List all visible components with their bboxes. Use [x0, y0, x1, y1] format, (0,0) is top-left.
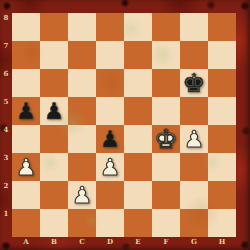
file-label-f: F [152, 237, 180, 250]
file-labels: A B C D E F G H [12, 237, 236, 250]
white-pawn[interactable]: ♟ [12, 153, 40, 181]
square-f4[interactable]: ♚ [152, 125, 180, 153]
file-label-h: H [208, 237, 236, 250]
square-c6[interactable] [68, 69, 96, 97]
square-e8[interactable] [124, 13, 152, 41]
square-c2[interactable]: ♟ [68, 181, 96, 209]
square-a3[interactable]: ♟ [12, 153, 40, 181]
file-label-d: D [96, 237, 124, 250]
square-h6[interactable] [208, 69, 236, 97]
square-c7[interactable] [68, 41, 96, 69]
square-d2[interactable] [96, 181, 124, 209]
square-h8[interactable] [208, 13, 236, 41]
square-g4[interactable]: ♟ [180, 125, 208, 153]
square-c4[interactable] [68, 125, 96, 153]
file-label-b: B [40, 237, 68, 250]
square-g3[interactable] [180, 153, 208, 181]
black-pawn[interactable]: ♟ [12, 97, 40, 125]
chessboard: ♚ ♟ ♟ ♟ ♚ ♟ ♟ ♟ ♟ [12, 13, 236, 237]
square-c3[interactable] [68, 153, 96, 181]
square-a6[interactable] [12, 69, 40, 97]
square-g5[interactable] [180, 97, 208, 125]
black-king[interactable]: ♚ [180, 69, 208, 97]
square-e1[interactable] [124, 209, 152, 237]
square-a5[interactable]: ♟ [12, 97, 40, 125]
square-d8[interactable] [96, 13, 124, 41]
square-h3[interactable] [208, 153, 236, 181]
square-b2[interactable] [40, 181, 68, 209]
square-h7[interactable] [208, 41, 236, 69]
square-g1[interactable] [180, 209, 208, 237]
file-label-g: G [180, 237, 208, 250]
square-a2[interactable] [12, 181, 40, 209]
white-king[interactable]: ♚ [152, 125, 180, 153]
square-c8[interactable] [68, 13, 96, 41]
square-h4[interactable] [208, 125, 236, 153]
black-pawn[interactable]: ♟ [96, 125, 124, 153]
square-g2[interactable] [180, 181, 208, 209]
square-g7[interactable] [180, 41, 208, 69]
chessboard-frame: 8 7 6 5 4 3 2 1 ♚ ♟ ♟ [0, 0, 250, 250]
square-c1[interactable] [68, 209, 96, 237]
rank-label-1: 1 [0, 209, 12, 237]
square-f5[interactable] [152, 97, 180, 125]
square-b4[interactable] [40, 125, 68, 153]
square-e7[interactable] [124, 41, 152, 69]
square-b7[interactable] [40, 41, 68, 69]
rank-labels: 8 7 6 5 4 3 2 1 [0, 13, 12, 237]
square-b5[interactable]: ♟ [40, 97, 68, 125]
file-label-c: C [68, 237, 96, 250]
rank-label-8: 8 [0, 13, 12, 41]
square-g6[interactable]: ♚ [180, 69, 208, 97]
square-h2[interactable] [208, 181, 236, 209]
square-d5[interactable] [96, 97, 124, 125]
square-f8[interactable] [152, 13, 180, 41]
square-h1[interactable] [208, 209, 236, 237]
square-f1[interactable] [152, 209, 180, 237]
square-d4[interactable]: ♟ [96, 125, 124, 153]
square-b6[interactable] [40, 69, 68, 97]
square-f6[interactable] [152, 69, 180, 97]
square-g8[interactable] [180, 13, 208, 41]
square-a4[interactable] [12, 125, 40, 153]
white-pawn[interactable]: ♟ [96, 153, 124, 181]
square-c5[interactable] [68, 97, 96, 125]
rank-label-6: 6 [0, 69, 12, 97]
rank-label-4: 4 [0, 125, 12, 153]
file-label-a: A [12, 237, 40, 250]
rank-label-5: 5 [0, 97, 12, 125]
square-e2[interactable] [124, 181, 152, 209]
square-b1[interactable] [40, 209, 68, 237]
square-b8[interactable] [40, 13, 68, 41]
rank-label-3: 3 [0, 153, 12, 181]
square-f7[interactable] [152, 41, 180, 69]
black-pawn[interactable]: ♟ [40, 97, 68, 125]
square-f3[interactable] [152, 153, 180, 181]
white-pawn[interactable]: ♟ [180, 125, 208, 153]
square-e5[interactable] [124, 97, 152, 125]
square-e6[interactable] [124, 69, 152, 97]
square-e4[interactable] [124, 125, 152, 153]
file-label-e: E [124, 237, 152, 250]
rank-label-2: 2 [0, 181, 12, 209]
square-d7[interactable] [96, 41, 124, 69]
square-d6[interactable] [96, 69, 124, 97]
square-d3[interactable]: ♟ [96, 153, 124, 181]
square-a1[interactable] [12, 209, 40, 237]
square-d1[interactable] [96, 209, 124, 237]
rank-label-7: 7 [0, 41, 12, 69]
square-f2[interactable] [152, 181, 180, 209]
square-h5[interactable] [208, 97, 236, 125]
square-b3[interactable] [40, 153, 68, 181]
square-e3[interactable] [124, 153, 152, 181]
square-a7[interactable] [12, 41, 40, 69]
white-pawn[interactable]: ♟ [68, 181, 96, 209]
square-a8[interactable] [12, 13, 40, 41]
